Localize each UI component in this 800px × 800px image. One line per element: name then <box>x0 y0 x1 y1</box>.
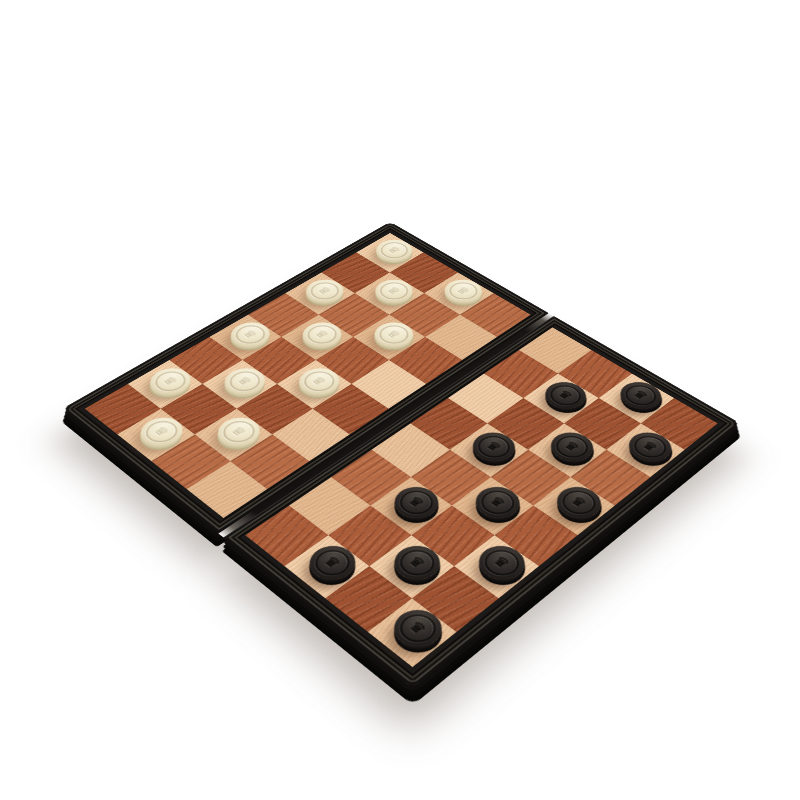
folding-checkers-board <box>62 222 740 689</box>
